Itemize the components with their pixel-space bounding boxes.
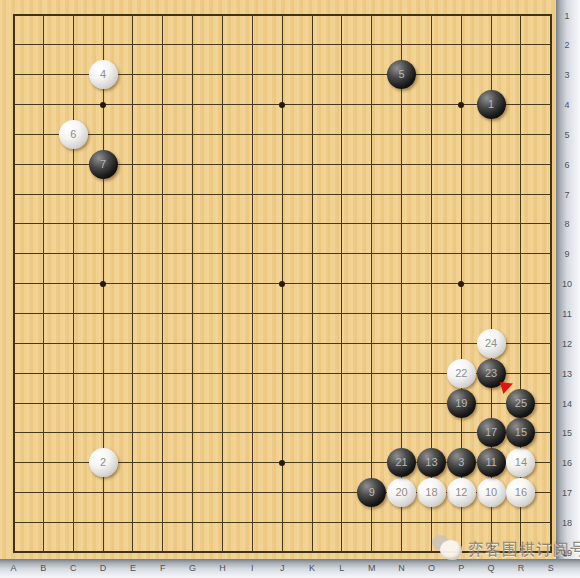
watermark-logo-icon xyxy=(432,535,449,550)
star-point xyxy=(279,281,285,287)
stone-2[interactable]: 2 xyxy=(89,448,118,477)
column-label-O: O xyxy=(421,563,441,573)
row-label-5: 5 xyxy=(556,130,578,140)
column-label-D: D xyxy=(93,563,113,573)
stone-5[interactable]: 5 xyxy=(387,60,416,89)
column-label-H: H xyxy=(212,563,232,573)
row-label-9: 9 xyxy=(556,249,578,259)
column-label-R: R xyxy=(511,563,531,573)
star-point xyxy=(279,102,285,108)
stone-17[interactable]: 17 xyxy=(477,418,506,447)
column-label-G: G xyxy=(183,563,203,573)
grid-line-horizontal xyxy=(14,432,551,433)
stone-21[interactable]: 21 xyxy=(387,448,416,477)
stone-1[interactable]: 1 xyxy=(477,90,506,119)
row-label-17: 17 xyxy=(556,488,578,498)
row-label-14: 14 xyxy=(556,399,578,409)
row-label-11: 11 xyxy=(556,309,578,319)
stone-11[interactable]: 11 xyxy=(477,448,506,477)
row-label-10: 10 xyxy=(556,279,578,289)
row-label-2: 2 xyxy=(556,40,578,50)
column-label-Q: Q xyxy=(481,563,501,573)
stone-25[interactable]: 25 xyxy=(506,389,535,418)
stone-13[interactable]: 13 xyxy=(417,448,446,477)
stone-18[interactable]: 18 xyxy=(417,478,446,507)
stone-22[interactable]: 22 xyxy=(447,359,476,388)
column-label-C: C xyxy=(63,563,83,573)
column-label-S: S xyxy=(541,563,561,573)
column-label-N: N xyxy=(392,563,412,573)
row-label-12: 12 xyxy=(556,339,578,349)
watermark-logo-icon xyxy=(440,540,462,560)
column-label-K: K xyxy=(302,563,322,573)
stone-9[interactable]: 9 xyxy=(357,478,386,507)
row-label-19: 19 xyxy=(556,548,578,558)
row-label-18: 18 xyxy=(556,518,578,528)
grid-line-vertical xyxy=(312,15,313,552)
stone-4[interactable]: 4 xyxy=(89,60,118,89)
column-label-E: E xyxy=(123,563,143,573)
grid-line-horizontal xyxy=(14,343,551,344)
column-label-F: F xyxy=(153,563,173,573)
star-point xyxy=(100,281,106,287)
row-label-1: 1 xyxy=(556,11,578,21)
star-point xyxy=(279,460,285,466)
grid-line-vertical xyxy=(371,15,372,552)
star-point xyxy=(100,102,106,108)
stone-15[interactable]: 15 xyxy=(506,418,535,447)
stone-14[interactable]: 14 xyxy=(506,448,535,477)
row-label-6: 6 xyxy=(556,160,578,170)
row-label-15: 15 xyxy=(556,428,578,438)
row-label-3: 3 xyxy=(556,70,578,80)
stone-19[interactable]: 19 xyxy=(447,389,476,418)
go-diagram-screen: 1234567910111213141516171819202122232425… xyxy=(0,0,580,578)
grid-line-horizontal xyxy=(14,522,551,523)
row-label-7: 7 xyxy=(556,190,578,200)
stone-12[interactable]: 12 xyxy=(447,478,476,507)
column-label-J: J xyxy=(272,563,292,573)
column-label-I: I xyxy=(242,563,262,573)
star-point xyxy=(458,102,464,108)
column-label-M: M xyxy=(362,563,382,573)
stone-7[interactable]: 7 xyxy=(89,150,118,179)
stone-16[interactable]: 16 xyxy=(506,478,535,507)
stone-24[interactable]: 24 xyxy=(477,329,506,358)
grid-line-horizontal xyxy=(14,313,551,314)
column-label-P: P xyxy=(451,563,471,573)
column-label-A: A xyxy=(4,563,24,573)
row-label-13: 13 xyxy=(556,369,578,379)
stone-6[interactable]: 6 xyxy=(59,120,88,149)
row-label-16: 16 xyxy=(556,458,578,468)
stone-20[interactable]: 20 xyxy=(387,478,416,507)
row-label-8: 8 xyxy=(556,219,578,229)
stone-10[interactable]: 10 xyxy=(477,478,506,507)
star-point xyxy=(458,281,464,287)
grid-line-vertical xyxy=(341,15,342,552)
stone-3[interactable]: 3 xyxy=(447,448,476,477)
row-label-4: 4 xyxy=(556,100,578,110)
column-label-B: B xyxy=(33,563,53,573)
column-label-L: L xyxy=(332,563,352,573)
